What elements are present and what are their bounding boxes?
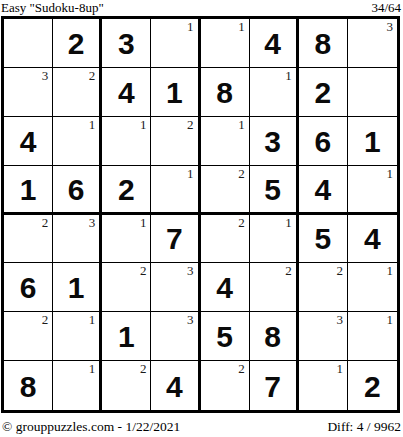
pencil-mark: 2 — [42, 216, 49, 230]
cell-r5c7[interactable]: 5 — [299, 215, 348, 264]
cell-r4c8[interactable]: 1 — [348, 166, 397, 215]
pencil-mark: 1 — [238, 118, 245, 132]
pencil-mark: 2 — [89, 69, 96, 83]
cell-r4c4[interactable]: 1 — [151, 166, 200, 215]
pencil-mark: 1 — [89, 362, 96, 376]
given-digit: 2 — [53, 19, 99, 67]
cell-r7c7[interactable]: 3 — [299, 312, 348, 361]
cell-r1c3[interactable]: 3 — [102, 19, 151, 68]
cell-r3c2[interactable]: 1 — [53, 117, 102, 166]
cell-r5c5[interactable]: 2 — [201, 215, 250, 264]
pencil-mark: 3 — [336, 313, 343, 327]
given-digit: 1 — [53, 263, 99, 311]
cell-r5c4[interactable]: 7 — [151, 215, 200, 264]
pencil-mark: 2 — [285, 264, 292, 278]
pencil-mark: 1 — [187, 20, 194, 34]
pencil-mark: 1 — [387, 167, 394, 181]
given-digit: 8 — [250, 312, 296, 360]
cell-r7c4[interactable]: 3 — [151, 312, 200, 361]
cell-r7c1[interactable]: 2 — [4, 312, 53, 361]
cell-r5c1[interactable]: 2 — [4, 215, 53, 264]
cell-r3c8[interactable]: 1 — [348, 117, 397, 166]
given-digit: 5 — [250, 166, 296, 212]
pencil-mark: 1 — [238, 20, 245, 34]
pencil-mark: 2 — [238, 167, 245, 181]
pencil-mark: 1 — [336, 362, 343, 376]
puzzle-header: Easy "Sudoku-8up" 34/64 — [0, 0, 403, 15]
given-digit: 3 — [102, 19, 150, 67]
pencil-mark: 2 — [238, 216, 245, 230]
cell-r3c1[interactable]: 4 — [4, 117, 53, 166]
given-digit: 4 — [4, 117, 52, 165]
given-digit: 8 — [4, 361, 52, 410]
cell-r2c2[interactable]: 2 — [53, 68, 102, 117]
pencil-mark: 2 — [336, 264, 343, 278]
cell-r2c3[interactable]: 4 — [102, 68, 151, 117]
pencil-mark: 1 — [187, 167, 194, 181]
cell-r1c8[interactable]: 3 — [348, 19, 397, 68]
pencil-mark: 1 — [89, 313, 96, 327]
given-digit: 2 — [299, 68, 347, 116]
pencil-mark: 3 — [187, 313, 194, 327]
cell-r4c5[interactable]: 2 — [201, 166, 250, 215]
cell-r3c7[interactable]: 6 — [299, 117, 348, 166]
cell-r4c7[interactable]: 4 — [299, 166, 348, 215]
given-digit: 7 — [250, 361, 296, 410]
cell-r7c8[interactable]: 1 — [348, 312, 397, 361]
cell-r6c6[interactable]: 2 — [250, 263, 299, 312]
given-digit: 2 — [348, 361, 397, 410]
given-digit: 6 — [53, 166, 99, 212]
cell-r3c6[interactable]: 3 — [250, 117, 299, 166]
cell-r8c3[interactable]: 2 — [102, 361, 151, 410]
cell-r6c3[interactable]: 2 — [102, 263, 151, 312]
cell-r3c3[interactable]: 1 — [102, 117, 151, 166]
cell-r2c7[interactable]: 2 — [299, 68, 348, 117]
cell-r1c1[interactable] — [4, 19, 53, 68]
cell-r8c7[interactable]: 1 — [299, 361, 348, 410]
cell-r2c5[interactable]: 8 — [201, 68, 250, 117]
given-digit: 8 — [201, 68, 249, 116]
cell-r6c4[interactable]: 3 — [151, 263, 200, 312]
cell-r4c1[interactable]: 1 — [4, 166, 53, 215]
cell-r2c8[interactable] — [348, 68, 397, 117]
given-digit: 6 — [299, 117, 347, 165]
pencil-mark: 2 — [187, 118, 194, 132]
cell-r7c3[interactable]: 1 — [102, 312, 151, 361]
given-digit: 5 — [201, 312, 249, 360]
given-digit: 4 — [151, 361, 197, 410]
puzzle-title: Easy "Sudoku-8up" — [1, 1, 104, 15]
cell-r6c5[interactable]: 4 — [201, 263, 250, 312]
cell-r4c2[interactable]: 6 — [53, 166, 102, 215]
pencil-mark: 1 — [387, 313, 394, 327]
pencil-mark: 1 — [140, 118, 147, 132]
puzzle-footer: © grouppuzzles.com - 1/22/2021 Diff: 4 /… — [0, 413, 403, 435]
cell-r1c7[interactable]: 8 — [299, 19, 348, 68]
pencil-mark: 3 — [89, 216, 96, 230]
given-digit: 4 — [201, 263, 249, 311]
cell-r1c6[interactable]: 4 — [250, 19, 299, 68]
cell-r5c6[interactable]: 1 — [250, 215, 299, 264]
sudoku-grid: 2311483324181241121361162125412317215461… — [1, 16, 400, 413]
given-digit: 6 — [4, 263, 52, 311]
pencil-mark: 1 — [140, 216, 147, 230]
cell-r8c8[interactable]: 2 — [348, 361, 397, 410]
given-digit: 1 — [102, 312, 150, 360]
pencil-mark: 3 — [387, 20, 394, 34]
cell-r1c2[interactable]: 2 — [53, 19, 102, 68]
cell-r3c5[interactable]: 1 — [201, 117, 250, 166]
cell-r7c5[interactable]: 5 — [201, 312, 250, 361]
cell-r2c6[interactable]: 1 — [250, 68, 299, 117]
given-digit: 8 — [299, 19, 347, 67]
cell-r4c3[interactable]: 2 — [102, 166, 151, 215]
given-digit: 1 — [348, 117, 397, 165]
pencil-mark: 2 — [42, 313, 49, 327]
pencil-mark: 2 — [238, 362, 245, 376]
cell-r1c4[interactable]: 1 — [151, 19, 200, 68]
cell-r1c5[interactable]: 1 — [201, 19, 250, 68]
cell-r6c8[interactable]: 1 — [348, 263, 397, 312]
given-digit: 1 — [4, 166, 52, 212]
copyright-text: © grouppuzzles.com - 1/22/2021 — [2, 419, 180, 435]
cell-r7c2[interactable]: 1 — [53, 312, 102, 361]
puzzle-page: Easy "Sudoku-8up" 34/64 2311483324181241… — [0, 0, 403, 437]
cell-r8c2[interactable]: 1 — [53, 361, 102, 410]
cell-r2c4[interactable]: 1 — [151, 68, 200, 117]
pencil-mark: 1 — [285, 216, 292, 230]
cell-r8c1[interactable]: 8 — [4, 361, 53, 410]
difficulty-text: Diff: 4 / 9962 — [327, 419, 401, 435]
cell-r5c8[interactable]: 4 — [348, 215, 397, 264]
progress-counter: 34/64 — [371, 1, 401, 15]
cell-r3c4[interactable]: 2 — [151, 117, 200, 166]
given-digit: 5 — [299, 215, 347, 263]
given-digit: 2 — [102, 166, 150, 212]
pencil-mark: 3 — [187, 264, 194, 278]
cell-r7c6[interactable]: 8 — [250, 312, 299, 361]
given-digit: 7 — [151, 215, 197, 263]
given-digit: 4 — [299, 166, 347, 212]
cell-r8c5[interactable]: 2 — [201, 361, 250, 410]
pencil-mark: 1 — [285, 69, 292, 83]
given-digit: 4 — [348, 215, 397, 263]
cell-r8c6[interactable]: 7 — [250, 361, 299, 410]
pencil-mark: 1 — [387, 264, 394, 278]
cell-r6c1[interactable]: 6 — [4, 263, 53, 312]
cell-r8c4[interactable]: 4 — [151, 361, 200, 410]
given-digit: 4 — [102, 68, 150, 116]
cell-r4c6[interactable]: 5 — [250, 166, 299, 215]
pencil-mark: 3 — [42, 69, 49, 83]
cell-r6c7[interactable]: 2 — [299, 263, 348, 312]
pencil-mark: 1 — [89, 118, 96, 132]
given-digit: 1 — [151, 68, 197, 116]
pencil-mark: 2 — [140, 264, 147, 278]
pencil-mark: 2 — [140, 362, 147, 376]
given-digit: 3 — [250, 117, 296, 165]
cell-r6c2[interactable]: 1 — [53, 263, 102, 312]
cell-r5c3[interactable]: 1 — [102, 215, 151, 264]
cell-r2c1[interactable]: 3 — [4, 68, 53, 117]
given-digit: 4 — [250, 19, 296, 67]
cell-r5c2[interactable]: 3 — [53, 215, 102, 264]
